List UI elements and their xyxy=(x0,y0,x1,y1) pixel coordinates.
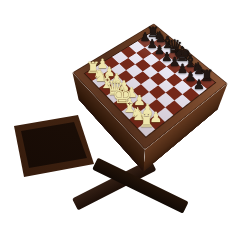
piece-wR[interactable]: ♜ xyxy=(139,114,155,132)
pieces-layer: ♜♞♝♛♚♝♞♜♟♟♟♟♟♟♟♟♟♟♟♟♟♟♟♟♜♞♝♛♚♝♞♜ xyxy=(0,0,240,240)
piece-bP[interactable]: ♟ xyxy=(193,77,205,90)
chess-table-photo: ♜♞♝♛♚♝♞♜♟♟♟♟♟♟♟♟♟♟♟♟♟♟♟♟♜♞♝♛♚♝♞♜ xyxy=(0,0,240,240)
